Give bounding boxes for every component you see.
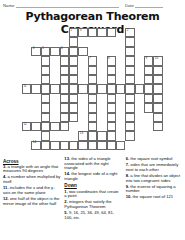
date-label: Date	[125, 3, 134, 8]
empty-space	[22, 66, 31, 75]
empty-space	[31, 75, 40, 84]
grid-cell[interactable]	[50, 122, 59, 131]
empty-space	[135, 47, 144, 56]
grid-cell[interactable]	[107, 131, 116, 140]
empty-space	[153, 37, 162, 46]
grid-cell[interactable]	[69, 94, 78, 103]
grid-cell[interactable]	[125, 47, 134, 56]
grid-cell[interactable]: 8	[107, 56, 116, 65]
grid-cell[interactable]	[31, 122, 40, 131]
empty-space	[153, 141, 162, 150]
grid-cell[interactable]	[153, 84, 162, 93]
grid-cell[interactable]	[135, 84, 144, 93]
grid-cell[interactable]	[50, 141, 59, 150]
grid-cell[interactable]	[41, 122, 50, 131]
empty-space	[50, 37, 59, 46]
empty-space	[22, 28, 31, 37]
empty-space	[135, 122, 144, 131]
empty-space	[97, 122, 106, 131]
empty-space	[116, 131, 125, 140]
empty-space	[41, 37, 50, 46]
empty-space	[78, 75, 87, 84]
grid-cell[interactable]	[88, 75, 97, 84]
clue-item: 2. integers that satisfy the Pythagorean…	[64, 200, 121, 209]
grid-cell[interactable]	[107, 94, 116, 103]
empty-space	[116, 75, 125, 84]
grid-cell[interactable]	[60, 75, 69, 84]
grid-cell[interactable]	[69, 141, 78, 150]
grid-cell[interactable]	[41, 141, 50, 150]
empty-space	[78, 103, 87, 112]
empty-space	[31, 131, 40, 140]
grid-cell[interactable]	[60, 94, 69, 103]
empty-space	[97, 47, 106, 56]
empty-space	[97, 75, 106, 84]
grid-cell[interactable]	[125, 131, 134, 140]
grid-cell[interactable]	[88, 28, 97, 37]
grid-cell[interactable]	[107, 66, 116, 75]
empty-space	[135, 94, 144, 103]
grid-cell[interactable]	[50, 84, 59, 93]
clue-number: 1	[70, 29, 72, 33]
grid-cell[interactable]	[88, 113, 97, 122]
clue-number: 3	[80, 29, 82, 33]
empty-space	[135, 28, 144, 37]
empty-space	[144, 131, 153, 140]
empty-space	[22, 103, 31, 112]
empty-space	[107, 47, 116, 56]
grid-cell[interactable]	[153, 66, 162, 75]
grid-cell[interactable]	[41, 56, 50, 65]
empty-space	[135, 103, 144, 112]
grid-cell[interactable]	[88, 103, 97, 112]
grid-cell[interactable]	[107, 84, 116, 93]
empty-space	[22, 131, 31, 140]
empty-space	[135, 113, 144, 122]
empty-space	[78, 94, 87, 103]
empty-space	[50, 66, 59, 75]
empty-space	[22, 113, 31, 122]
grid-cell[interactable]	[41, 113, 50, 122]
worksheet-page: Name Date Pythagorean Theorem Crossword …	[0, 0, 185, 240]
clue-number: 4	[33, 47, 35, 51]
grid-cell[interactable]: 9	[144, 56, 153, 65]
grid-cell[interactable]	[88, 141, 97, 150]
empty-space	[78, 37, 87, 46]
grid-cell[interactable]	[60, 141, 69, 150]
grid-cell[interactable]	[153, 94, 162, 103]
grid-cell[interactable]	[125, 84, 134, 93]
name-label: Name	[3, 3, 14, 8]
grid-cell[interactable]: 13	[78, 131, 87, 140]
empty-space	[60, 28, 69, 37]
grid-cell[interactable]: 4	[31, 47, 40, 56]
empty-space	[31, 28, 40, 37]
clue-item: 8. a line that divides an object into tw…	[126, 174, 183, 183]
empty-space	[97, 113, 106, 122]
grid-cell[interactable]	[153, 103, 162, 112]
grid-cell[interactable]	[107, 113, 116, 122]
date-blank-line[interactable]	[135, 2, 163, 8]
grid-cell[interactable]	[97, 28, 106, 37]
grid-cell[interactable]	[69, 66, 78, 75]
grid-cell[interactable]	[153, 122, 162, 131]
grid-cell[interactable]	[153, 113, 162, 122]
clue-item: 4. a number when multiplied by itself	[3, 175, 60, 184]
across-heading: Across	[3, 159, 60, 164]
grid-cell[interactable]	[107, 75, 116, 84]
clue-item: 14. the longest side of a right triangle	[64, 172, 121, 181]
grid-cell[interactable]	[88, 94, 97, 103]
grid-cell[interactable]	[97, 84, 106, 93]
grid-cell[interactable]	[69, 103, 78, 112]
grid-cell[interactable]: 12	[22, 122, 31, 131]
clue-item: 7. sides that are immediately next to ea…	[126, 163, 183, 172]
grid-cell[interactable]	[97, 141, 106, 150]
grid-cell[interactable]	[41, 103, 50, 112]
empty-space	[22, 37, 31, 46]
empty-space	[60, 131, 69, 140]
grid-cell[interactable]	[41, 66, 50, 75]
empty-space	[144, 37, 153, 46]
grid-cell[interactable]: 6	[60, 47, 69, 56]
empty-space	[78, 66, 87, 75]
grid-cell[interactable]	[60, 103, 69, 112]
empty-space	[31, 103, 40, 112]
empty-space	[22, 141, 31, 150]
empty-space	[22, 94, 31, 103]
clue-number: 7	[89, 57, 91, 61]
grid-cell[interactable]	[125, 122, 134, 131]
grid-cell[interactable]	[88, 66, 97, 75]
empty-space	[135, 56, 144, 65]
empty-space	[97, 94, 106, 103]
grid-cell[interactable]	[125, 103, 134, 112]
grid-cell[interactable]	[144, 103, 153, 112]
empty-space	[135, 66, 144, 75]
grid-cell[interactable]	[60, 84, 69, 93]
clue-number: 9	[145, 57, 147, 61]
empty-space	[116, 56, 125, 65]
empty-space	[144, 122, 153, 131]
empty-space	[78, 113, 87, 122]
grid-cell[interactable]	[69, 113, 78, 122]
empty-space	[50, 28, 59, 37]
grid-cell[interactable]	[78, 47, 87, 56]
clue-item: 10. the square root of 121	[126, 195, 183, 200]
empty-space	[144, 47, 153, 56]
empty-space	[78, 122, 87, 131]
empty-space	[88, 37, 97, 46]
grid-cell[interactable]	[125, 113, 134, 122]
clue-number: 2	[127, 29, 129, 33]
grid-cell[interactable]: 10	[153, 56, 162, 65]
empty-space	[116, 122, 125, 131]
empty-space	[135, 141, 144, 150]
grid-cell[interactable]	[144, 94, 153, 103]
grid-cell[interactable]	[60, 122, 69, 131]
empty-space	[69, 122, 78, 131]
grid-cell[interactable]	[41, 84, 50, 93]
grid-cell[interactable]	[125, 37, 134, 46]
crossword-grid: 1324567891011121314	[22, 28, 163, 150]
grid-cell[interactable]	[144, 75, 153, 84]
clue-item: 1. two coordinates that create a point	[64, 190, 121, 199]
grid-cell[interactable]	[153, 75, 162, 84]
empty-space	[144, 141, 153, 150]
grid-cell[interactable]	[88, 84, 97, 93]
empty-space	[97, 103, 106, 112]
empty-space	[31, 56, 40, 65]
grid-cell[interactable]	[60, 56, 69, 65]
clue-item: 12. one half of the object is the mirror…	[3, 197, 60, 206]
grid-cell[interactable]	[50, 47, 59, 56]
grid-cell[interactable]: 11	[22, 84, 31, 93]
grid-cell[interactable]	[69, 37, 78, 46]
grid-cell[interactable]: 3	[78, 28, 87, 37]
clue-number: 10	[155, 57, 158, 61]
clue-number: 11	[23, 85, 26, 89]
grid-cell[interactable]: 14	[31, 141, 40, 150]
empty-space	[153, 131, 162, 140]
grid-cell[interactable]	[41, 94, 50, 103]
empty-space	[116, 66, 125, 75]
clue-number: 5	[42, 47, 44, 51]
empty-space	[31, 113, 40, 122]
clue-item: 11. includes the x and the y-axis on the…	[3, 186, 60, 195]
clue-number: 14	[33, 141, 36, 145]
grid-cell[interactable]	[69, 84, 78, 93]
grid-cell[interactable]	[78, 141, 87, 150]
empty-space	[116, 28, 125, 37]
grid-cell[interactable]	[144, 84, 153, 93]
empty-space	[22, 47, 31, 56]
grid-cell[interactable]	[31, 84, 40, 93]
empty-space	[50, 75, 59, 84]
empty-space	[135, 131, 144, 140]
clue-number: 8	[108, 57, 110, 61]
clue-item: 5. 9, 16, 25, 36, 49, 64, 81, 100, etc.	[64, 211, 121, 220]
name-blank-line[interactable]	[16, 2, 119, 8]
grid-cell[interactable]	[41, 131, 50, 140]
clue-column-1: Across3. a triangle with an angle that m…	[3, 157, 60, 222]
grid-cell[interactable]: 7	[88, 56, 97, 65]
empty-space	[69, 131, 78, 140]
empty-space	[97, 56, 106, 65]
empty-space	[31, 37, 40, 46]
empty-space	[153, 47, 162, 56]
empty-space	[22, 56, 31, 65]
grid-cell[interactable]	[116, 84, 125, 93]
empty-space	[22, 75, 31, 84]
grid-cell[interactable]	[69, 47, 78, 56]
clue-column-2: 13. the sides of a triangle associated w…	[64, 157, 121, 222]
empty-space	[116, 47, 125, 56]
grid-cell[interactable]: 1	[69, 28, 78, 37]
grid-cell[interactable]	[69, 56, 78, 65]
empty-space	[116, 37, 125, 46]
clue-number: 12	[23, 123, 26, 127]
grid-cell[interactable]	[125, 66, 134, 75]
grid-cell[interactable]	[125, 94, 134, 103]
clue-item: 3. a triangle with an angle that measure…	[3, 165, 60, 174]
grid-cell[interactable]	[88, 122, 97, 131]
clue-number: 6	[61, 47, 63, 51]
header-row: Name Date	[3, 2, 182, 9]
clue-item: 9. the inverse of squaring a number	[126, 185, 183, 194]
empty-space	[50, 103, 59, 112]
grid-cell[interactable]	[41, 75, 50, 84]
grid-cell[interactable]: 5	[41, 47, 50, 56]
grid-cell[interactable]	[107, 28, 116, 37]
empty-space	[125, 141, 134, 150]
empty-space	[97, 37, 106, 46]
empty-space	[41, 28, 50, 37]
grid-cell[interactable]	[107, 141, 116, 150]
grid-cell[interactable]	[116, 141, 125, 150]
empty-space	[50, 94, 59, 103]
empty-space	[50, 131, 59, 140]
clue-number: 13	[80, 132, 83, 136]
empty-space	[135, 37, 144, 46]
empty-space	[135, 75, 144, 84]
grid-cell[interactable]	[125, 75, 134, 84]
empty-space	[116, 113, 125, 122]
grid-cell[interactable]	[144, 66, 153, 75]
empty-space	[50, 113, 59, 122]
empty-space	[97, 66, 106, 75]
empty-space	[50, 56, 59, 65]
grid-cell[interactable]	[78, 84, 87, 93]
clue-item: 6. the square root symbol	[126, 157, 183, 162]
empty-space	[116, 103, 125, 112]
empty-space	[153, 28, 162, 37]
grid-cell[interactable]	[97, 131, 106, 140]
grid-cell[interactable]	[60, 66, 69, 75]
clue-item: 13. the sides of a triangle associated w…	[64, 157, 121, 171]
empty-space	[60, 37, 69, 46]
down-heading: Down	[64, 183, 121, 188]
empty-space	[107, 37, 116, 46]
grid-cell[interactable]	[107, 103, 116, 112]
empty-space	[116, 94, 125, 103]
grid-cell[interactable]	[69, 75, 78, 84]
empty-space	[31, 94, 40, 103]
grid-cell[interactable]	[107, 122, 116, 131]
grid-cell[interactable]	[88, 131, 97, 140]
clue-lists: Across3. a triangle with an angle that m…	[3, 157, 183, 222]
grid-cell[interactable]	[125, 56, 134, 65]
clue-column-3: 6. the square root symbol7. sides that a…	[126, 157, 183, 222]
empty-space	[144, 113, 153, 122]
empty-space	[31, 66, 40, 75]
empty-space	[144, 28, 153, 37]
grid-cell[interactable]: 2	[125, 28, 134, 37]
empty-space	[88, 47, 97, 56]
grid-cell[interactable]	[60, 113, 69, 122]
empty-space	[78, 56, 87, 65]
